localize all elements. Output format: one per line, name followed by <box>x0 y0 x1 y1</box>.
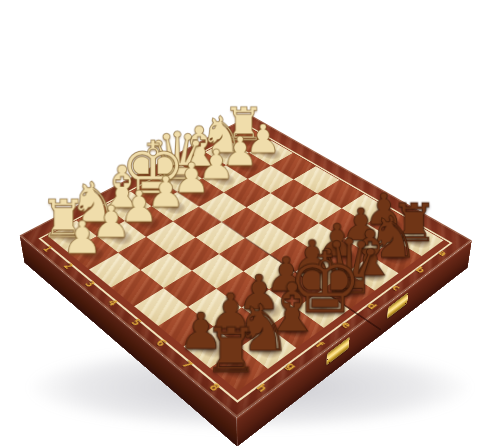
chess-board: ♜♟♟♜♞♟♟♞♝♟♟♝♛♟♟♛♚♟♟♚♝♟♟♝♞♟♟♞♜♟♟♜ <box>48 128 444 391</box>
piece-white-rook-h1: ♜ <box>40 193 87 245</box>
square-a7: ♟ <box>367 209 416 240</box>
square-f1: ♝ <box>104 192 151 221</box>
chess-set-photo: ♜♟♟♜♞♟♟♞♝♟♟♝♛♟♟♛♚♟♟♚♝♟♟♝♞♟♟♞♜♟♟♜ 1234567… <box>0 0 500 446</box>
square-d6 <box>270 239 321 272</box>
square-f4 <box>169 237 219 270</box>
piece-black-rook-a8: ♜ <box>390 197 437 250</box>
